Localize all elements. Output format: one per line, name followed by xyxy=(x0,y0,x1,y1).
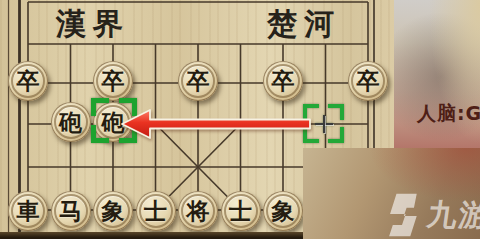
bracket-corner-icon xyxy=(91,98,109,116)
piece-pawn[interactable]: 卒 xyxy=(263,61,303,101)
bracket-corner-icon xyxy=(91,125,109,143)
piece-character: 砲 xyxy=(51,102,91,142)
piece-character: 象 xyxy=(263,191,303,231)
piece-advisor[interactable]: 士 xyxy=(136,191,176,231)
watermark-overlay: 九游 xyxy=(303,148,480,239)
piece-character: 卒 xyxy=(8,61,48,101)
river-label-left: 漢界 xyxy=(56,4,130,45)
piece-pawn[interactable]: 卒 xyxy=(178,61,218,101)
piece-elephant[interactable]: 象 xyxy=(263,191,303,231)
piece-character: 士 xyxy=(221,191,261,231)
crosshair-icon xyxy=(323,115,325,133)
piece-character: 車 xyxy=(8,191,48,231)
9game-logo-text: 九游 xyxy=(424,195,480,236)
piece-character: 马 xyxy=(51,191,91,231)
origin-crosshair-bracket xyxy=(303,104,344,143)
piece-rook[interactable]: 車 xyxy=(8,191,48,231)
piece-character: 将 xyxy=(178,191,218,231)
bracket-corner-icon xyxy=(328,104,344,120)
piece-character: 士 xyxy=(136,191,176,231)
piece-cannon[interactable]: 砲 xyxy=(51,102,91,142)
piece-character: 卒 xyxy=(178,61,218,101)
selection-bracket xyxy=(91,98,137,143)
piece-elephant[interactable]: 象 xyxy=(93,191,133,231)
piece-pawn[interactable]: 卒 xyxy=(93,61,133,101)
piece-general[interactable]: 将 xyxy=(178,191,218,231)
piece-character: 卒 xyxy=(93,61,133,101)
9game-logo-icon xyxy=(383,192,421,238)
piece-horse[interactable]: 马 xyxy=(51,191,91,231)
piece-advisor[interactable]: 士 xyxy=(221,191,261,231)
bracket-corner-icon xyxy=(303,104,319,120)
piece-character: 卒 xyxy=(348,61,388,101)
screenshot-root: 漢界 楚河 卒卒卒卒卒砲砲車马象士将士象 xyxy=(0,0,480,239)
player-label: 人脑:G xyxy=(417,101,480,127)
bracket-corner-icon xyxy=(328,127,344,143)
piece-pawn[interactable]: 卒 xyxy=(348,61,388,101)
bracket-corner-icon xyxy=(119,98,137,116)
bracket-corner-icon xyxy=(303,127,319,143)
piece-pawn[interactable]: 卒 xyxy=(8,61,48,101)
bracket-corner-icon xyxy=(119,125,137,143)
piece-character: 象 xyxy=(93,191,133,231)
river-label-right: 楚河 xyxy=(267,4,341,45)
piece-character: 卒 xyxy=(263,61,303,101)
